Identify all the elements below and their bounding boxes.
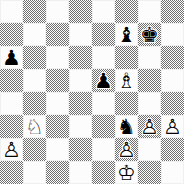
square-b1[interactable]: [23, 161, 46, 184]
square-e4[interactable]: [92, 92, 115, 115]
white-knight[interactable]: ♞♘: [23, 115, 46, 138]
square-d8[interactable]: [69, 0, 92, 23]
white-pawn[interactable]: ♟♙: [115, 138, 138, 161]
white-pawn-glyph: ♙: [161, 115, 184, 138]
square-a1[interactable]: [0, 161, 23, 184]
square-d6[interactable]: [69, 46, 92, 69]
square-d7[interactable]: [69, 23, 92, 46]
black-bishop-glyph: ♝: [115, 23, 138, 46]
square-d1[interactable]: [69, 161, 92, 184]
white-king-glyph: ♔: [115, 161, 138, 184]
white-pawn[interactable]: ♟♙: [0, 138, 23, 161]
square-a3[interactable]: [0, 115, 23, 138]
square-f8[interactable]: [115, 0, 138, 23]
black-king-glyph: ♚: [138, 23, 161, 46]
white-king[interactable]: ♚♔: [115, 161, 138, 184]
square-d2[interactable]: [69, 138, 92, 161]
square-c4[interactable]: [46, 92, 69, 115]
square-h5[interactable]: [161, 69, 184, 92]
square-f4[interactable]: [115, 92, 138, 115]
square-f5[interactable]: ♝♗: [115, 69, 138, 92]
black-king[interactable]: ♚♚: [138, 23, 161, 46]
square-d4[interactable]: [69, 92, 92, 115]
square-e5[interactable]: ♟♟: [92, 69, 115, 92]
square-h8[interactable]: [161, 0, 184, 23]
white-pawn[interactable]: ♟♙: [161, 115, 184, 138]
white-pawn-glyph: ♙: [115, 138, 138, 161]
square-f1[interactable]: ♚♔: [115, 161, 138, 184]
square-g8[interactable]: [138, 0, 161, 23]
square-h2[interactable]: [161, 138, 184, 161]
square-g5[interactable]: [138, 69, 161, 92]
black-knight-glyph: ♞: [115, 115, 138, 138]
square-c6[interactable]: [46, 46, 69, 69]
square-c7[interactable]: [46, 23, 69, 46]
square-e2[interactable]: [92, 138, 115, 161]
square-c1[interactable]: [46, 161, 69, 184]
square-g4[interactable]: [138, 92, 161, 115]
square-d3[interactable]: [69, 115, 92, 138]
white-bishop-glyph: ♗: [115, 69, 138, 92]
square-h6[interactable]: [161, 46, 184, 69]
square-a2[interactable]: ♟♙: [0, 138, 23, 161]
square-g1[interactable]: [138, 161, 161, 184]
square-b5[interactable]: [23, 69, 46, 92]
black-bishop[interactable]: ♝♝: [115, 23, 138, 46]
square-c3[interactable]: [46, 115, 69, 138]
square-h1[interactable]: [161, 161, 184, 184]
black-pawn-glyph: ♟: [92, 69, 115, 92]
square-b2[interactable]: [23, 138, 46, 161]
square-c2[interactable]: [46, 138, 69, 161]
square-c5[interactable]: [46, 69, 69, 92]
square-d5[interactable]: [69, 69, 92, 92]
square-f2[interactable]: ♟♙: [115, 138, 138, 161]
square-a5[interactable]: [0, 69, 23, 92]
square-g7[interactable]: ♚♚: [138, 23, 161, 46]
black-knight[interactable]: ♞♞: [115, 115, 138, 138]
square-b8[interactable]: [23, 0, 46, 23]
black-pawn[interactable]: ♟♟: [0, 46, 23, 69]
black-pawn[interactable]: ♟♟: [92, 69, 115, 92]
square-a8[interactable]: [0, 0, 23, 23]
square-b3[interactable]: ♞♘: [23, 115, 46, 138]
white-pawn-glyph: ♙: [138, 115, 161, 138]
square-f6[interactable]: [115, 46, 138, 69]
square-h7[interactable]: [161, 23, 184, 46]
square-e3[interactable]: [92, 115, 115, 138]
square-g6[interactable]: [138, 46, 161, 69]
white-pawn[interactable]: ♟♙: [138, 115, 161, 138]
chess-board: ♝♝♚♚♟♟♟♟♝♗♞♘♞♞♟♙♟♙♟♙♟♙♚♔: [0, 0, 184, 184]
white-pawn-glyph: ♙: [0, 138, 23, 161]
square-e6[interactable]: [92, 46, 115, 69]
white-knight-glyph: ♘: [23, 115, 46, 138]
black-pawn-glyph: ♟: [0, 46, 23, 69]
square-h3[interactable]: ♟♙: [161, 115, 184, 138]
square-e1[interactable]: [92, 161, 115, 184]
white-bishop[interactable]: ♝♗: [115, 69, 138, 92]
square-e7[interactable]: [92, 23, 115, 46]
square-f3[interactable]: ♞♞: [115, 115, 138, 138]
square-b7[interactable]: [23, 23, 46, 46]
square-b6[interactable]: [23, 46, 46, 69]
square-a7[interactable]: [0, 23, 23, 46]
square-b4[interactable]: [23, 92, 46, 115]
square-a6[interactable]: ♟♟: [0, 46, 23, 69]
square-a4[interactable]: [0, 92, 23, 115]
square-c8[interactable]: [46, 0, 69, 23]
square-f7[interactable]: ♝♝: [115, 23, 138, 46]
square-e8[interactable]: [92, 0, 115, 23]
square-h4[interactable]: [161, 92, 184, 115]
square-g2[interactable]: [138, 138, 161, 161]
square-g3[interactable]: ♟♙: [138, 115, 161, 138]
